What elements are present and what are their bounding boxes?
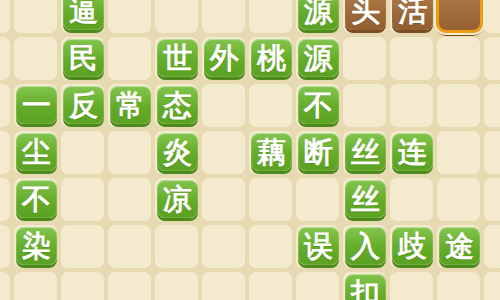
tile-character: 活 [398, 0, 427, 26]
tile-r2c2[interactable]: 常 [110, 86, 151, 124]
board-cell [390, 84, 433, 127]
board-cell [0, 84, 10, 127]
board-cell [202, 272, 245, 300]
tile-character: 歧 [398, 232, 427, 261]
board-cell [437, 272, 480, 300]
tile-character: 丝 [351, 185, 380, 214]
board-cell [0, 225, 10, 268]
board-cell [61, 272, 104, 300]
tile-r3c7[interactable]: 丝 [345, 133, 386, 171]
tile-character: 误 [304, 232, 333, 261]
board-cell [108, 131, 151, 174]
board-cell [484, 272, 500, 300]
tile-character: 藕 [257, 138, 286, 167]
tile-character: 丝 [351, 138, 380, 167]
board-cell [0, 131, 10, 174]
board-cell [202, 178, 245, 221]
tile-r3c3[interactable]: 炎 [157, 133, 198, 171]
board-cell [249, 272, 292, 300]
tile-r5c8[interactable]: 歧 [392, 227, 433, 265]
board-cell [437, 84, 480, 127]
board-cell [249, 178, 292, 221]
tile-r5c7[interactable]: 入 [345, 227, 386, 265]
tile-r2c0[interactable]: 一 [16, 86, 57, 124]
board-cell [108, 178, 151, 221]
tile-r0c1[interactable]: 逼 [63, 0, 104, 30]
board-cell [296, 178, 339, 221]
tile-r3c8[interactable]: 连 [392, 133, 433, 171]
board-cell [202, 0, 245, 33]
tile-character: 不 [22, 185, 51, 214]
board-cell [14, 272, 57, 300]
board-cell [0, 272, 10, 300]
board-cell [296, 272, 339, 300]
tile-r4c7[interactable]: 丝 [345, 180, 386, 218]
tile-character: 民 [69, 44, 98, 73]
tile-character: 扣 [351, 279, 380, 300]
tile-character: 世 [163, 44, 192, 73]
board-cell [437, 37, 480, 80]
tile-character: 源 [304, 44, 333, 73]
tile-r5c0[interactable]: 染 [16, 227, 57, 265]
tile-r0c8[interactable]: 活 [392, 0, 433, 30]
board-cell [0, 178, 10, 221]
board-cell [108, 225, 151, 268]
tile-r1c3[interactable]: 世 [157, 39, 198, 77]
tile-character: 逼 [69, 0, 98, 26]
tile-r3c6[interactable]: 断 [298, 133, 339, 171]
tile-r1c1[interactable]: 民 [63, 39, 104, 77]
tile-character: 断 [304, 138, 333, 167]
tile-r2c1[interactable]: 反 [63, 86, 104, 124]
board-cell [155, 272, 198, 300]
tile-r3c0[interactable]: 尘 [16, 133, 57, 171]
tile-r4c3[interactable]: 凉 [157, 180, 198, 218]
board-cell [437, 131, 480, 174]
board-cell [249, 84, 292, 127]
tile-r1c5[interactable]: 桃 [251, 39, 292, 77]
board-cell [108, 0, 151, 33]
tile-character: 源 [304, 0, 333, 26]
tile-r5c9[interactable]: 途 [439, 227, 480, 265]
tile-r5c6[interactable]: 误 [298, 227, 339, 265]
board-cell [0, 37, 10, 80]
tile-character: 凉 [163, 185, 192, 214]
tile-character: 不 [304, 91, 333, 120]
selected-empty-slot[interactable] [436, 0, 483, 33]
board-cell [14, 37, 57, 80]
board-cell [202, 225, 245, 268]
board-cell [484, 131, 500, 174]
tile-character: 连 [398, 138, 427, 167]
board-cell [484, 225, 500, 268]
board-cell [61, 131, 104, 174]
board-cell [249, 225, 292, 268]
board-cell [484, 0, 500, 33]
board-cell [108, 37, 151, 80]
tile-character: 桃 [257, 44, 286, 73]
tile-r6c7[interactable]: 扣 [345, 274, 386, 300]
tile-character: 炎 [163, 138, 192, 167]
tile-r1c4[interactable]: 外 [204, 39, 245, 77]
tile-character: 染 [22, 232, 51, 261]
tile-character: 外 [210, 44, 239, 73]
board-cell [155, 0, 198, 33]
game-board: 逼源头活民世外桃源一反常态不尘炎藕断丝连不凉丝染误入歧途扣 [0, 0, 500, 300]
tile-r1c6[interactable]: 源 [298, 39, 339, 77]
tile-character: 常 [116, 91, 145, 120]
board-cell [202, 131, 245, 174]
tile-r2c6[interactable]: 不 [298, 86, 339, 124]
board-cell [343, 84, 386, 127]
board-cell [202, 84, 245, 127]
board-cell [249, 0, 292, 33]
board-cell [108, 272, 151, 300]
board-cell [484, 84, 500, 127]
board-cell [155, 225, 198, 268]
tile-character: 尘 [22, 138, 51, 167]
tile-character: 途 [445, 232, 474, 261]
tile-r3c5[interactable]: 藕 [251, 133, 292, 171]
board-cell [484, 178, 500, 221]
tile-character: 一 [22, 91, 51, 120]
board-cell [61, 178, 104, 221]
tile-character: 态 [163, 91, 192, 120]
board-cell [14, 0, 57, 33]
board-cell [0, 0, 10, 33]
board-cell [437, 178, 480, 221]
tile-r4c0[interactable]: 不 [16, 180, 57, 218]
tile-character: 反 [69, 91, 98, 120]
board-cell [484, 37, 500, 80]
tile-r0c7[interactable]: 头 [345, 0, 386, 30]
tile-character: 入 [351, 232, 380, 261]
board-cell [390, 272, 433, 300]
board-cell [390, 37, 433, 80]
tile-r2c3[interactable]: 态 [157, 86, 198, 124]
board-cell [390, 178, 433, 221]
tile-character: 头 [351, 0, 380, 26]
tile-r0c6[interactable]: 源 [298, 0, 339, 30]
board-cell [61, 225, 104, 268]
board-cell [343, 37, 386, 80]
